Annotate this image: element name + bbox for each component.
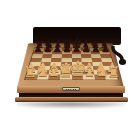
base-ledge — [15, 97, 128, 102]
piece-black-pawn-d7[interactable]: ♟ — [63, 44, 72, 54]
brand-plaque — [62, 87, 80, 91]
chess-set-photo: ♜♞♝♛♚♝♞♜♟♟♟♟♟♟♟♟♟♟♟♟♟♟♟♟♜♞♝♛♚♝♞♜ — [0, 0, 140, 140]
piece-black-pawn-b7[interactable]: ♟ — [43, 44, 52, 54]
piece-black-pawn-e7[interactable]: ♟ — [72, 44, 81, 54]
piece-black-pawn-g7[interactable]: ♟ — [92, 44, 101, 54]
piece-white-rook-h1[interactable]: ♜ — [107, 65, 120, 80]
piece-black-pawn-a7[interactable]: ♟ — [34, 44, 43, 54]
piece-black-pawn-f7[interactable]: ♟ — [82, 44, 91, 54]
ground-shadow — [17, 102, 125, 108]
piece-black-pawn-c7[interactable]: ♟ — [53, 44, 62, 54]
piece-black-pawn-h7[interactable]: ♟ — [101, 44, 110, 54]
